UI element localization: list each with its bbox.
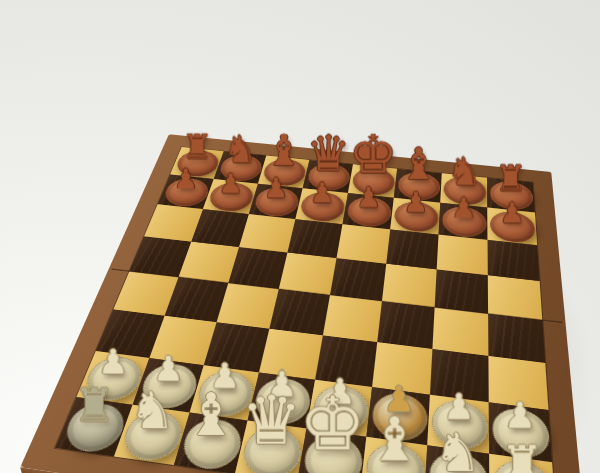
square-e6[interactable]	[336, 224, 390, 263]
piece-red-pawn[interactable]: ♟	[480, 199, 545, 226]
square-e4[interactable]	[323, 295, 382, 342]
square-a4[interactable]	[113, 271, 178, 315]
square-f6[interactable]	[386, 229, 438, 269]
square-g6[interactable]	[437, 234, 488, 275]
square-h4[interactable]	[488, 313, 545, 362]
square-h5[interactable]	[488, 275, 543, 320]
square-g4[interactable]	[432, 307, 488, 355]
square-c5[interactable]	[228, 247, 287, 289]
board-grid: ♜♞♝♛♚♝♞♜♟♟♟♟♟♟♟♟♟♟♟♟♟♟♟♟♜♞♝♛♚♝♞♜	[55, 147, 556, 473]
square-d5[interactable]	[279, 252, 337, 294]
piece-red-rook[interactable]: ♜	[480, 161, 542, 195]
chess-board: ♜♞♝♛♚♝♞♜♟♟♟♟♟♟♟♟♟♟♟♟♟♟♟♟♜♞♝♛♚♝♞♜	[20, 134, 587, 473]
square-d6[interactable]	[287, 219, 342, 258]
square-h7[interactable]: ♟	[487, 207, 537, 245]
square-a5[interactable]	[129, 236, 191, 277]
square-c6[interactable]	[239, 214, 295, 252]
square-f4[interactable]	[377, 301, 434, 349]
photo-backdrop: ♜♞♝♛♚♝♞♜♟♟♟♟♟♟♟♟♟♟♟♟♟♟♟♟♜♞♝♛♚♝♞♜	[0, 0, 600, 473]
square-h6[interactable]	[488, 240, 540, 281]
piece-white-rook[interactable]: ♜	[479, 440, 565, 473]
square-e5[interactable]	[330, 258, 386, 301]
square-g5[interactable]	[435, 269, 488, 313]
square-f5[interactable]	[382, 263, 437, 307]
square-d4[interactable]	[269, 288, 330, 334]
square-h1[interactable]: ♜	[489, 453, 556, 473]
